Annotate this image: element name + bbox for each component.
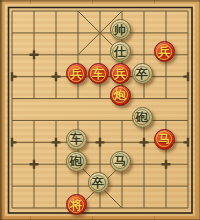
- piece-red-general[interactable]: 将: [66, 194, 87, 215]
- piece-black-horse[interactable]: 马: [110, 151, 131, 172]
- piece-black-cannon[interactable]: 砲: [66, 151, 87, 172]
- piece-glyph: 砲: [70, 155, 82, 167]
- piece-red-pawn[interactable]: 兵: [66, 63, 87, 84]
- piece-red-pawn[interactable]: 兵: [110, 63, 131, 84]
- piece-glyph: 炮: [114, 89, 126, 101]
- piece-glyph: 帅: [114, 24, 126, 36]
- piece-glyph: 将: [70, 199, 82, 211]
- piece-glyph: 卒: [92, 177, 104, 189]
- piece-glyph: 卒: [136, 68, 148, 80]
- xiangqi-app-window: 帅仕兵兵车兵卒炮砲车马砲马卒将: [0, 0, 200, 220]
- piece-glyph: 兵: [114, 68, 126, 80]
- piece-glyph: 兵: [70, 68, 82, 80]
- piece-red-cannon[interactable]: 炮: [110, 85, 131, 106]
- piece-glyph: 兵: [158, 46, 170, 58]
- piece-red-pawn[interactable]: 兵: [154, 41, 175, 62]
- piece-black-advisor[interactable]: 仕: [110, 41, 131, 62]
- piece-glyph: 车: [70, 133, 82, 145]
- piece-red-chariot[interactable]: 车: [88, 63, 109, 84]
- piece-glyph: 马: [114, 155, 126, 167]
- piece-glyph: 砲: [136, 111, 148, 123]
- piece-black-pawn[interactable]: 卒: [88, 172, 109, 193]
- piece-black-pawn[interactable]: 卒: [132, 63, 153, 84]
- piece-glyph: 仕: [114, 46, 126, 58]
- piece-glyph: 车: [92, 68, 104, 80]
- piece-black-chariot[interactable]: 车: [66, 129, 87, 150]
- piece-red-horse[interactable]: 马: [154, 129, 175, 150]
- piece-glyph: 马: [158, 133, 170, 145]
- piece-black-cannon[interactable]: 砲: [132, 107, 153, 128]
- piece-black-general[interactable]: 帅: [110, 19, 131, 40]
- xiangqi-board[interactable]: 帅仕兵兵车兵卒炮砲车马砲马卒将: [1, 0, 199, 219]
